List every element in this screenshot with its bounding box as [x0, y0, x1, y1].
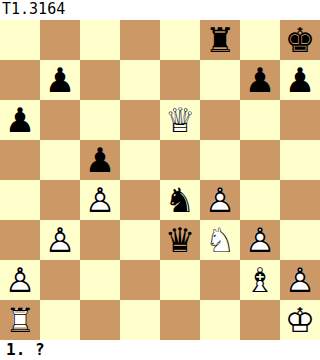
square-e5[interactable] — [160, 140, 200, 180]
black-pawn: ♟ — [80, 140, 120, 180]
white-king: ♚♔ — [280, 300, 320, 340]
white-pawn: ♟♙ — [80, 180, 120, 220]
square-b8[interactable] — [40, 20, 80, 60]
square-a1[interactable]: ♜♖ — [0, 300, 40, 340]
square-g7[interactable]: ♟ — [240, 60, 280, 100]
square-d6[interactable] — [120, 100, 160, 140]
square-d3[interactable] — [120, 220, 160, 260]
square-c5[interactable]: ♟ — [80, 140, 120, 180]
square-h1[interactable]: ♚♔ — [280, 300, 320, 340]
white-pawn: ♟♙ — [240, 220, 280, 260]
square-c6[interactable] — [80, 100, 120, 140]
square-b7[interactable]: ♟ — [40, 60, 80, 100]
square-c2[interactable] — [80, 260, 120, 300]
square-f4[interactable]: ♟♙ — [200, 180, 240, 220]
square-f5[interactable] — [200, 140, 240, 180]
square-f1[interactable] — [200, 300, 240, 340]
move-prompt: 1. ? — [0, 340, 320, 360]
black-pawn: ♟ — [0, 100, 40, 140]
black-pawn: ♟ — [280, 60, 320, 100]
square-a4[interactable] — [0, 180, 40, 220]
black-knight: ♞ — [160, 180, 200, 220]
square-h2[interactable]: ♟♙ — [280, 260, 320, 300]
square-g5[interactable] — [240, 140, 280, 180]
chess-board: ♜♚♟♟♟♟♛♕♟♟♙♞♟♙♟♙♛♞♘♟♙♟♙♝♗♟♙♜♖♚♔ — [0, 20, 320, 340]
square-h3[interactable] — [280, 220, 320, 260]
square-e8[interactable] — [160, 20, 200, 60]
square-g2[interactable]: ♝♗ — [240, 260, 280, 300]
square-d7[interactable] — [120, 60, 160, 100]
square-a6[interactable]: ♟ — [0, 100, 40, 140]
white-rook: ♜♖ — [0, 300, 40, 340]
square-a8[interactable] — [0, 20, 40, 60]
square-a7[interactable] — [0, 60, 40, 100]
square-f6[interactable] — [200, 100, 240, 140]
square-h8[interactable]: ♚ — [280, 20, 320, 60]
square-d5[interactable] — [120, 140, 160, 180]
square-c3[interactable] — [80, 220, 120, 260]
square-c1[interactable] — [80, 300, 120, 340]
square-h5[interactable] — [280, 140, 320, 180]
square-c7[interactable] — [80, 60, 120, 100]
white-pawn: ♟♙ — [0, 260, 40, 300]
square-d4[interactable] — [120, 180, 160, 220]
square-e4[interactable]: ♞ — [160, 180, 200, 220]
square-g4[interactable] — [240, 180, 280, 220]
square-a2[interactable]: ♟♙ — [0, 260, 40, 300]
square-e3[interactable]: ♛ — [160, 220, 200, 260]
square-b3[interactable]: ♟♙ — [40, 220, 80, 260]
square-g1[interactable] — [240, 300, 280, 340]
black-king: ♚ — [280, 20, 320, 60]
square-f3[interactable]: ♞♘ — [200, 220, 240, 260]
black-queen: ♛ — [160, 220, 200, 260]
square-b6[interactable] — [40, 100, 80, 140]
square-g6[interactable] — [240, 100, 280, 140]
white-knight: ♞♘ — [200, 220, 240, 260]
square-g8[interactable] — [240, 20, 280, 60]
square-d8[interactable] — [120, 20, 160, 60]
black-pawn: ♟ — [40, 60, 80, 100]
square-b4[interactable] — [40, 180, 80, 220]
white-pawn: ♟♙ — [40, 220, 80, 260]
puzzle-title: T1.3164 — [0, 0, 320, 20]
square-e7[interactable] — [160, 60, 200, 100]
square-e6[interactable]: ♛♕ — [160, 100, 200, 140]
white-queen: ♛♕ — [160, 100, 200, 140]
white-bishop: ♝♗ — [240, 260, 280, 300]
square-g3[interactable]: ♟♙ — [240, 220, 280, 260]
black-pawn: ♟ — [240, 60, 280, 100]
square-f8[interactable]: ♜ — [200, 20, 240, 60]
square-e1[interactable] — [160, 300, 200, 340]
white-pawn: ♟♙ — [200, 180, 240, 220]
square-h4[interactable] — [280, 180, 320, 220]
square-b2[interactable] — [40, 260, 80, 300]
square-a5[interactable] — [0, 140, 40, 180]
square-d2[interactable] — [120, 260, 160, 300]
square-c8[interactable] — [80, 20, 120, 60]
square-f7[interactable] — [200, 60, 240, 100]
square-h7[interactable]: ♟ — [280, 60, 320, 100]
square-h6[interactable] — [280, 100, 320, 140]
square-b5[interactable] — [40, 140, 80, 180]
square-d1[interactable] — [120, 300, 160, 340]
square-c4[interactable]: ♟♙ — [80, 180, 120, 220]
square-f2[interactable] — [200, 260, 240, 300]
white-pawn: ♟♙ — [280, 260, 320, 300]
square-e2[interactable] — [160, 260, 200, 300]
black-rook: ♜ — [200, 20, 240, 60]
square-b1[interactable] — [40, 300, 80, 340]
square-a3[interactable] — [0, 220, 40, 260]
